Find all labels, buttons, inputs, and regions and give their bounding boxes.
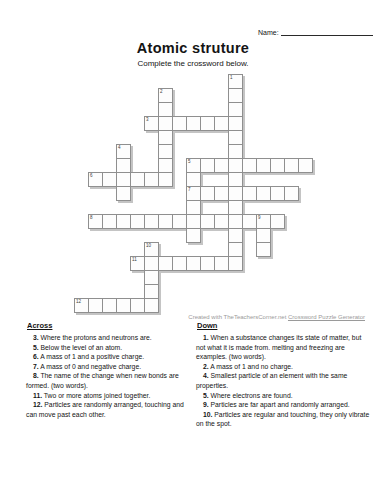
grid-cell[interactable] — [102, 172, 117, 187]
clue-item: 11. Two or more atoms joined together. — [26, 391, 189, 401]
clue-item: 3. Where the protons and neutrons are. — [26, 333, 189, 343]
clue-item: 6. A mass of 1 and a positive charge. — [26, 352, 189, 362]
clue-item: 12. Particles are randomly arranged, tou… — [26, 400, 189, 419]
grid-cell[interactable] — [228, 200, 243, 215]
grid-cell[interactable] — [200, 116, 215, 131]
grid-cell[interactable] — [186, 228, 201, 243]
grid-cell[interactable] — [228, 88, 243, 103]
grid-cell[interactable] — [228, 214, 243, 229]
grid-cell[interactable] — [214, 186, 229, 201]
grid-cell[interactable]: 6 — [88, 172, 103, 187]
clue-item: 5. Below the level of an atom. — [26, 343, 189, 353]
clue-text: Particles are far apart and randomly arr… — [209, 401, 350, 408]
grid-cell[interactable] — [214, 256, 229, 271]
grid-cell[interactable] — [116, 186, 131, 201]
credit-line: Created with TheTeachersCorner.net Cross… — [188, 314, 365, 320]
clue-text: A mass of 1 and a positive charge. — [39, 353, 144, 360]
grid-cell[interactable] — [214, 116, 229, 131]
grid-cell[interactable]: 12 — [74, 298, 89, 313]
across-heading: Across — [27, 321, 189, 330]
clue-item: 9. Particles are far apart and randomly … — [196, 400, 372, 410]
clue-item: 4. Smallest particle of an element with … — [196, 371, 372, 390]
grid-cell[interactable]: 9 — [256, 214, 271, 229]
grid-cell[interactable] — [200, 186, 215, 201]
grid-cell[interactable] — [144, 270, 159, 285]
grid-cell[interactable] — [270, 186, 285, 201]
across-clues-section: Across 3. Where the protons and neutrons… — [26, 321, 189, 419]
grid-cell[interactable] — [172, 256, 187, 271]
grid-cell[interactable] — [298, 158, 313, 173]
clue-text: A mass of 1 and no charge. — [209, 363, 293, 370]
grid-cell[interactable] — [228, 256, 243, 271]
grid-cell[interactable]: 11 — [130, 256, 145, 271]
across-clue-list: 3. Where the protons and neutrons are.5.… — [26, 333, 189, 419]
grid-cell[interactable]: 1 — [228, 74, 243, 89]
grid-cell[interactable] — [186, 200, 201, 215]
clue-text: Where the protons and neutrons are. — [39, 334, 152, 341]
grid-cell[interactable] — [228, 144, 243, 159]
page-subtitle: Complete the crossword below. — [0, 59, 386, 68]
grid-cell[interactable] — [116, 214, 131, 229]
grid-cell[interactable]: 4 — [116, 144, 131, 159]
grid-cell[interactable] — [158, 158, 173, 173]
clue-text: Particles are regular and touching, they… — [196, 411, 369, 428]
grid-cell[interactable] — [200, 214, 215, 229]
grid-cell[interactable] — [130, 214, 145, 229]
cell-clue-number: 3 — [146, 117, 149, 122]
crossword-grid: 123456789101112 — [74, 74, 312, 312]
grid-cell[interactable] — [88, 298, 103, 313]
worksheet-page: { "game": "crossword", "header": { "name… — [0, 0, 386, 500]
grid-cell[interactable] — [284, 158, 299, 173]
grid-cell[interactable] — [158, 256, 173, 271]
grid-cell[interactable] — [116, 158, 131, 173]
grid-cell[interactable] — [242, 186, 257, 201]
grid-cell[interactable] — [256, 186, 271, 201]
credit-link[interactable]: Crossword Puzzle Generator — [288, 314, 365, 320]
clue-item: 2. A mass of 1 and no charge. — [196, 362, 372, 372]
grid-cell[interactable] — [228, 242, 243, 257]
down-clue-list: 1. When a substance changes its state of… — [196, 333, 372, 429]
clue-text: Below the level of an atom. — [39, 344, 123, 351]
grid-cell[interactable] — [130, 298, 145, 313]
clue-item: 5. Where electrons are found. — [196, 391, 372, 401]
down-heading: Down — [197, 321, 372, 330]
name-label: Name: — [258, 29, 279, 36]
cell-clue-number: 4 — [118, 145, 121, 150]
grid-cell[interactable] — [116, 298, 131, 313]
credit-text: Created with TheTeachersCorner.net — [188, 314, 288, 320]
cell-clue-number: 5 — [188, 159, 191, 164]
grid-cell[interactable] — [200, 256, 215, 271]
clue-text: Smallest particle of an element with the… — [196, 372, 347, 389]
grid-cell[interactable] — [172, 214, 187, 229]
cell-clue-number: 8 — [90, 215, 93, 220]
grid-cell[interactable]: 3 — [144, 116, 159, 131]
grid-cell[interactable] — [228, 172, 243, 187]
grid-cell[interactable] — [158, 144, 173, 159]
clue-text: Two or more atoms joined together. — [42, 392, 150, 399]
grid-cell[interactable] — [228, 186, 243, 201]
grid-cell[interactable] — [144, 256, 159, 271]
grid-cell[interactable] — [214, 214, 229, 229]
clue-text: The name of the change when new bonds ar… — [26, 372, 179, 389]
grid-cell[interactable] — [256, 242, 271, 257]
grid-cell[interactable] — [242, 214, 257, 229]
cell-clue-number: 10 — [146, 243, 151, 248]
grid-cell[interactable] — [158, 172, 173, 187]
grid-cell[interactable] — [186, 214, 201, 229]
cell-clue-number: 1 — [230, 75, 233, 80]
grid-cell[interactable] — [130, 172, 145, 187]
grid-cell[interactable] — [172, 116, 187, 131]
grid-cell[interactable]: 2 — [158, 88, 173, 103]
grid-cell[interactable] — [228, 102, 243, 117]
grid-cell[interactable] — [102, 214, 117, 229]
grid-cell[interactable] — [144, 214, 159, 229]
grid-cell[interactable] — [186, 172, 201, 187]
name-row: Name: — [258, 27, 373, 36]
grid-cell[interactable] — [270, 158, 285, 173]
grid-cell[interactable] — [144, 298, 159, 313]
cell-clue-number: 7 — [188, 187, 191, 192]
cell-clue-number: 11 — [132, 257, 137, 262]
cell-clue-number: 9 — [258, 215, 261, 220]
clue-number-label: 11. — [33, 392, 42, 399]
grid-cell[interactable]: 5 — [186, 158, 201, 173]
clue-item: 10. Particles are regular and touching, … — [196, 410, 372, 429]
grid-cell[interactable] — [158, 116, 173, 131]
grid-cell[interactable] — [200, 158, 215, 173]
grid-cell[interactable] — [158, 130, 173, 145]
grid-cell[interactable] — [144, 172, 159, 187]
grid-cell[interactable] — [158, 102, 173, 117]
grid-cell[interactable] — [228, 130, 243, 145]
grid-cell[interactable] — [256, 158, 271, 173]
cell-clue-number: 6 — [90, 173, 93, 178]
page-title: Atomic struture — [0, 40, 386, 56]
grid-cell[interactable] — [228, 158, 243, 173]
grid-cell[interactable] — [186, 116, 201, 131]
grid-cell[interactable] — [242, 158, 257, 173]
grid-cell[interactable] — [116, 172, 131, 187]
grid-cell[interactable] — [102, 298, 117, 313]
grid-cell[interactable] — [284, 186, 299, 201]
grid-cell[interactable] — [256, 228, 271, 243]
name-fill-line — [281, 27, 373, 36]
down-clues-section: Down 1. When a substance changes its sta… — [196, 321, 372, 429]
grid-cell[interactable] — [186, 256, 201, 271]
clue-text: A mass of 0 and negative charge. — [39, 363, 141, 370]
grid-cell[interactable] — [144, 284, 159, 299]
grid-cell[interactable]: 10 — [144, 242, 159, 257]
clue-item: 1. When a substance changes its state of… — [196, 333, 372, 362]
grid-cell[interactable]: 7 — [186, 186, 201, 201]
grid-cell[interactable] — [228, 116, 243, 131]
clue-text: Particles are randomly arranged, touchin… — [26, 401, 184, 418]
grid-cell[interactable] — [270, 214, 285, 229]
cell-clue-number: 2 — [160, 89, 163, 94]
grid-cell[interactable] — [158, 214, 173, 229]
clue-item: 8. The name of the change when new bonds… — [26, 371, 189, 390]
grid-cell[interactable]: 8 — [88, 214, 103, 229]
grid-cell[interactable] — [214, 158, 229, 173]
clue-text: Where electrons are found. — [209, 392, 293, 399]
clue-text: When a substance changes its state of ma… — [196, 334, 361, 360]
cell-clue-number: 12 — [76, 299, 81, 304]
clue-item: 7. A mass of 0 and negative charge. — [26, 362, 189, 372]
grid-cell[interactable] — [228, 228, 243, 243]
